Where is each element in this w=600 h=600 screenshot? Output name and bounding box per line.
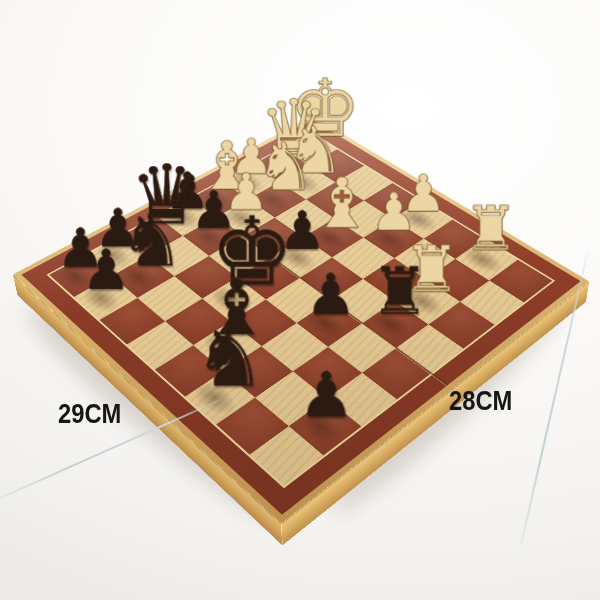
dimension-label-depth: 28CM	[449, 386, 512, 417]
scene-3d: ♚♟♜♛♞♟♟♞♝♜♝♟♟♜♟♟♟♛♚♟♞♝♟♟♟♞	[0, 0, 600, 600]
light-sheen	[13, 116, 590, 524]
chessboard: ♚♟♜♛♞♟♟♞♝♜♝♟♟♜♟♟♟♛♚♟♞♝♟♟♟♞	[13, 116, 590, 524]
board-surface: ♚♟♜♛♞♟♟♞♝♜♝♟♟♜♟♟♟♛♚♟♞♝♟♟♟♞	[13, 116, 590, 524]
scene: ♚♟♜♛♞♟♟♞♝♜♝♟♟♜♟♟♟♛♚♟♞♝♟♟♟♞ 29CM 28CM	[0, 0, 600, 600]
dimension-label-width: 29CM	[58, 399, 121, 430]
